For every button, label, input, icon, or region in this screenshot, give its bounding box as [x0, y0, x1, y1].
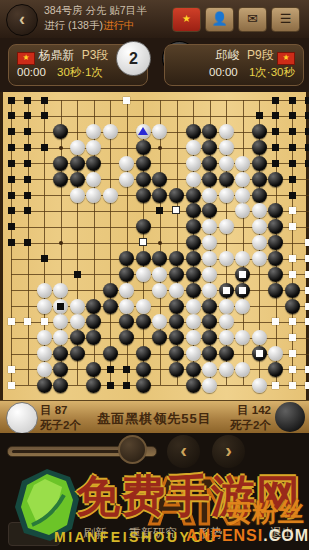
white-player-name: 杨鼎新	[38, 48, 74, 62]
black-stone[interactable]	[268, 219, 283, 234]
white-stone[interactable]	[37, 330, 52, 345]
black-player-rank: P9段	[247, 48, 274, 62]
black-stone[interactable]	[169, 299, 184, 314]
white-player-time: 00:00	[17, 66, 46, 78]
star-point	[158, 146, 162, 150]
white-stone[interactable]	[152, 124, 167, 139]
white-territory-marker[interactable]	[305, 255, 309, 262]
black-territory-marker[interactable]	[305, 160, 309, 167]
black-territory-marker[interactable]	[123, 382, 130, 389]
black-stone[interactable]	[268, 251, 283, 266]
black-territory-marker[interactable]	[305, 128, 309, 135]
black-stone[interactable]	[268, 203, 283, 218]
score-bar: 目 87 死子2个 盘面黑棋领先55目 目 142 死子2个	[0, 400, 309, 436]
black-territory-marker[interactable]	[289, 112, 296, 119]
white-territory-marker[interactable]	[272, 318, 279, 325]
white-territory-marker[interactable]	[289, 223, 296, 230]
black-territory-marker[interactable]	[289, 128, 296, 135]
white-stone[interactable]	[252, 378, 267, 393]
black-territory-marker[interactable]	[289, 176, 296, 183]
black-stone[interactable]	[169, 188, 184, 203]
black-stone[interactable]	[285, 283, 300, 298]
white-stone[interactable]	[37, 362, 52, 377]
black-territory-marker[interactable]	[8, 128, 15, 135]
white-periods-badge: 2	[116, 41, 151, 76]
white-stone[interactable]	[186, 172, 201, 187]
black-stone[interactable]	[169, 362, 184, 377]
white-stone[interactable]	[219, 188, 234, 203]
white-stone[interactable]	[86, 140, 101, 155]
user-icon[interactable]: 👤	[205, 7, 234, 32]
black-stone[interactable]	[136, 156, 151, 171]
situation-button[interactable]: 形势	[190, 522, 230, 544]
black-stone[interactable]	[202, 140, 217, 155]
restudy-button[interactable]: 重新研究	[122, 522, 184, 544]
black-territory-marker[interactable]	[8, 239, 15, 246]
black-territory-marker[interactable]	[24, 207, 31, 214]
black-stone[interactable]	[268, 362, 283, 377]
white-stone[interactable]	[235, 299, 250, 314]
mail-icon[interactable]: ✉	[238, 7, 267, 32]
black-stone[interactable]	[70, 172, 85, 187]
neutral-point-marker[interactable]	[172, 206, 180, 214]
next-move-button[interactable]: ›	[212, 435, 245, 468]
black-player-name: 邱峻	[216, 48, 240, 62]
white-stone[interactable]	[202, 362, 217, 377]
white-stone[interactable]	[53, 330, 68, 345]
white-stone[interactable]	[103, 124, 118, 139]
black-territory-marker[interactable]	[41, 255, 48, 262]
black-stone[interactable]	[186, 267, 201, 282]
move-controls: ‹ ›	[0, 433, 309, 473]
black-stone[interactable]	[252, 156, 267, 171]
black-territory-marker[interactable]	[8, 112, 15, 119]
room-title-line1: 384号房 分先 贴7目半	[44, 3, 169, 18]
white-stone[interactable]	[252, 251, 267, 266]
black-stone[interactable]	[136, 378, 151, 393]
white-stone[interactable]	[219, 124, 234, 139]
black-stone-icon	[275, 402, 305, 432]
black-stone[interactable]	[136, 219, 151, 234]
white-territory-marker[interactable]	[8, 366, 15, 373]
white-stone[interactable]	[119, 172, 134, 187]
player-bar: ★ 杨鼎新 P3段 00:00 30秒·1次 2 2 邱峻 P9段 ★ 00:0…	[0, 38, 309, 92]
white-stone[interactable]	[119, 299, 134, 314]
black-territory-marker[interactable]	[8, 223, 15, 230]
back-button[interactable]: ‹	[6, 4, 38, 36]
room-title-line2: 进行 (138手)进行中	[44, 18, 169, 33]
black-stone[interactable]	[86, 299, 101, 314]
black-stone[interactable]	[268, 172, 283, 187]
black-territory-marker[interactable]	[256, 112, 263, 119]
white-stone[interactable]	[235, 203, 250, 218]
star-point	[59, 241, 63, 245]
white-stone[interactable]	[119, 283, 134, 298]
neutral-point-marker[interactable]	[139, 238, 147, 246]
black-player-byoyomi: 1次·30秒	[249, 66, 295, 78]
dead-mark-icon	[57, 303, 64, 310]
black-territory-marker[interactable]	[8, 176, 15, 183]
flag-button[interactable]: ★	[172, 7, 201, 32]
white-stone[interactable]	[202, 283, 217, 298]
white-stone[interactable]	[202, 267, 217, 282]
white-territory-marker[interactable]	[305, 271, 309, 278]
white-stone[interactable]	[103, 188, 118, 203]
black-stone[interactable]	[268, 235, 283, 250]
dead-mark-icon	[256, 350, 263, 357]
black-stone[interactable]	[53, 156, 68, 171]
black-stone[interactable]	[119, 267, 134, 282]
black-stone[interactable]	[285, 299, 300, 314]
black-territory-marker[interactable]	[24, 176, 31, 183]
black-stone[interactable]	[70, 330, 85, 345]
black-stone[interactable]	[186, 378, 201, 393]
white-stone[interactable]	[235, 172, 250, 187]
black-stone[interactable]	[186, 251, 201, 266]
white-stone[interactable]	[37, 346, 52, 361]
status-in-progress: 进行中	[103, 19, 135, 31]
white-stone[interactable]	[152, 267, 167, 282]
white-territory-marker[interactable]	[272, 382, 279, 389]
white-stone[interactable]	[70, 188, 85, 203]
toolbar-extra-button[interactable]	[8, 522, 60, 546]
white-territory-marker[interactable]	[289, 334, 296, 341]
white-stone[interactable]	[37, 283, 52, 298]
white-territory-marker[interactable]	[123, 97, 130, 104]
slider-knob[interactable]	[118, 435, 147, 464]
black-territory-marker[interactable]	[8, 160, 15, 167]
white-stone[interactable]	[219, 140, 234, 155]
black-stone[interactable]	[86, 378, 101, 393]
black-territory-marker[interactable]	[305, 97, 309, 104]
black-territory-marker[interactable]	[41, 112, 48, 119]
white-stone[interactable]	[252, 235, 267, 250]
white-stone[interactable]	[136, 267, 151, 282]
white-stone[interactable]	[136, 299, 151, 314]
go-board[interactable]	[0, 92, 309, 400]
black-territory-marker[interactable]	[107, 382, 114, 389]
black-stone[interactable]	[202, 299, 217, 314]
black-stone[interactable]	[152, 188, 167, 203]
player-panel-black: 邱峻 P9段 ★ 00:00 1次·30秒	[164, 44, 304, 86]
black-stone[interactable]	[86, 330, 101, 345]
black-stone[interactable]	[186, 235, 201, 250]
white-stone[interactable]	[219, 299, 234, 314]
black-territory-marker[interactable]	[24, 239, 31, 246]
black-stone[interactable]	[202, 346, 217, 361]
black-stone[interactable]	[202, 124, 217, 139]
white-territory-marker[interactable]	[289, 255, 296, 262]
black-territory-marker[interactable]	[272, 144, 279, 151]
black-stone[interactable]	[186, 124, 201, 139]
white-stone[interactable]	[219, 362, 234, 377]
white-stone[interactable]	[252, 203, 267, 218]
black-player-time: 00:00	[209, 66, 238, 78]
black-territory-marker[interactable]	[24, 144, 31, 151]
black-stone[interactable]	[268, 267, 283, 282]
black-stone[interactable]	[53, 378, 68, 393]
black-stone[interactable]	[136, 362, 151, 377]
black-territory-marker[interactable]	[289, 192, 296, 199]
black-stone[interactable]	[119, 251, 134, 266]
black-stone[interactable]	[103, 283, 118, 298]
black-territory-marker[interactable]	[289, 160, 296, 167]
white-territory-marker[interactable]	[289, 318, 296, 325]
black-territory-marker[interactable]	[289, 144, 296, 151]
black-stone[interactable]	[169, 267, 184, 282]
menu-icon[interactable]: ☰	[271, 7, 300, 32]
black-territory-marker[interactable]	[74, 271, 81, 278]
white-stone[interactable]	[219, 314, 234, 329]
white-stone-icon	[6, 402, 38, 434]
white-stone[interactable]	[186, 314, 201, 329]
white-stone[interactable]	[70, 140, 85, 155]
white-stone[interactable]	[202, 188, 217, 203]
white-stone[interactable]	[235, 188, 250, 203]
black-territory-marker[interactable]	[24, 160, 31, 167]
black-player-flag-icon: ★	[277, 52, 295, 65]
white-stone[interactable]	[186, 156, 201, 171]
black-territory-marker[interactable]	[305, 112, 309, 119]
grid-line-h	[11, 100, 309, 101]
white-territory-marker[interactable]	[289, 350, 296, 357]
black-territory-marker[interactable]	[272, 160, 279, 167]
white-stone[interactable]	[86, 188, 101, 203]
black-stone[interactable]	[86, 362, 101, 377]
black-stone[interactable]	[136, 314, 151, 329]
black-stone[interactable]	[202, 172, 217, 187]
room-title: 384号房 分先 贴7目半 进行 (138手)进行中	[44, 3, 169, 33]
black-stone[interactable]	[53, 124, 68, 139]
black-territory-marker[interactable]	[24, 112, 31, 119]
white-stone[interactable]	[219, 156, 234, 171]
black-territory-marker[interactable]	[8, 207, 15, 214]
prev-move-button[interactable]: ‹	[167, 435, 200, 468]
black-stone[interactable]	[169, 330, 184, 345]
white-stone[interactable]	[268, 346, 283, 361]
black-territory-marker[interactable]	[107, 366, 114, 373]
white-territory-marker[interactable]	[8, 382, 15, 389]
black-stone[interactable]	[219, 172, 234, 187]
black-territory-marker[interactable]	[289, 97, 296, 104]
white-player-byoyomi: 30秒·1次	[57, 66, 103, 78]
black-stone[interactable]	[53, 362, 68, 377]
star-point	[59, 146, 63, 150]
black-stone[interactable]	[202, 330, 217, 345]
white-stone[interactable]	[219, 251, 234, 266]
black-stone[interactable]	[136, 188, 151, 203]
white-territory-marker[interactable]	[24, 318, 31, 325]
white-stone[interactable]	[37, 299, 52, 314]
white-stone[interactable]	[219, 330, 234, 345]
white-territory-marker[interactable]	[289, 271, 296, 278]
last-move-triangle-icon	[138, 127, 148, 135]
white-stone[interactable]	[70, 314, 85, 329]
white-stone[interactable]	[186, 330, 201, 345]
black-territory-marker[interactable]	[123, 366, 130, 373]
black-stone[interactable]	[169, 251, 184, 266]
black-score: 目 142 死子2个	[230, 403, 271, 433]
white-stone[interactable]	[70, 299, 85, 314]
white-territory-marker[interactable]	[41, 318, 48, 325]
black-territory-marker[interactable]	[8, 192, 15, 199]
black-stone[interactable]	[169, 314, 184, 329]
white-stone[interactable]	[219, 219, 234, 234]
white-stone[interactable]	[235, 156, 250, 171]
white-stone[interactable]	[119, 156, 134, 171]
white-stone[interactable]	[202, 251, 217, 266]
black-territory-marker[interactable]	[41, 97, 48, 104]
dead-mark-icon	[223, 287, 230, 294]
white-stone[interactable]	[53, 314, 68, 329]
black-stone[interactable]	[152, 172, 167, 187]
white-player-rank: P3段	[82, 48, 109, 62]
black-stone[interactable]	[53, 346, 68, 361]
white-territory-marker[interactable]	[305, 239, 309, 246]
black-stone[interactable]	[252, 172, 267, 187]
black-stone[interactable]	[252, 140, 267, 155]
black-stone[interactable]	[86, 156, 101, 171]
black-territory-marker[interactable]	[272, 128, 279, 135]
white-player-flag-icon: ★	[17, 52, 35, 65]
go-app-screen: ‹ 384号房 分先 贴7目半 进行 (138手)进行中 ★ 👤 ✉ ☰ ★ 杨…	[0, 0, 309, 550]
black-stone[interactable]	[202, 314, 217, 329]
white-stone[interactable]	[252, 330, 267, 345]
white-territory-marker[interactable]	[305, 366, 309, 373]
black-territory-marker[interactable]	[156, 207, 163, 214]
white-territory-marker[interactable]	[305, 382, 309, 389]
white-stone[interactable]	[152, 283, 167, 298]
white-territory-marker[interactable]	[289, 207, 296, 214]
white-territory-marker[interactable]	[8, 318, 15, 325]
grid-line-h	[11, 116, 309, 117]
black-stone[interactable]	[186, 203, 201, 218]
black-stone[interactable]	[119, 330, 134, 345]
dead-mark-icon	[239, 271, 246, 278]
white-stone[interactable]	[252, 219, 267, 234]
black-territory-marker[interactable]	[41, 144, 48, 151]
black-dead-count: 死子2个	[230, 418, 271, 433]
black-territory-marker[interactable]	[24, 192, 31, 199]
top-bar: ‹ 384号房 分先 贴7目半 进行 (138手)进行中 ★ 👤 ✉ ☰	[0, 0, 309, 39]
white-stone[interactable]	[202, 235, 217, 250]
black-territory-marker[interactable]	[272, 112, 279, 119]
white-territory-marker[interactable]	[305, 318, 309, 325]
black-territory-marker[interactable]	[305, 144, 309, 151]
white-territory-marker[interactable]	[289, 366, 296, 373]
white-stone[interactable]	[235, 251, 250, 266]
black-territory-marker[interactable]	[272, 97, 279, 104]
exit-button[interactable]: 退出	[262, 522, 302, 544]
black-stone[interactable]	[152, 251, 167, 266]
black-territory-marker[interactable]	[24, 97, 31, 104]
black-stone[interactable]	[37, 378, 52, 393]
black-stone[interactable]	[169, 346, 184, 361]
black-stone[interactable]	[136, 172, 151, 187]
black-stone[interactable]	[186, 362, 201, 377]
white-territory-marker[interactable]	[305, 303, 309, 310]
black-stone[interactable]	[152, 330, 167, 345]
score-summary: 盘面黑棋领先55目	[75, 410, 234, 428]
black-stone[interactable]	[103, 346, 118, 361]
black-stone[interactable]	[202, 203, 217, 218]
black-stone[interactable]	[103, 299, 118, 314]
black-stone[interactable]	[186, 219, 201, 234]
refresh-button[interactable]: 刷新	[75, 522, 115, 544]
white-stone[interactable]	[202, 378, 217, 393]
white-stone[interactable]	[152, 314, 167, 329]
white-stone[interactable]	[186, 346, 201, 361]
black-stone[interactable]	[202, 156, 217, 171]
black-stone[interactable]	[86, 314, 101, 329]
black-stone[interactable]	[186, 188, 201, 203]
black-stone[interactable]	[70, 156, 85, 171]
black-stone[interactable]	[53, 172, 68, 187]
white-stone[interactable]	[169, 283, 184, 298]
black-stone[interactable]	[70, 346, 85, 361]
move-count: 进行 (138手)	[44, 19, 103, 31]
star-point	[158, 241, 162, 245]
black-stone[interactable]	[252, 188, 267, 203]
white-territory-marker[interactable]	[289, 382, 296, 389]
black-territory-marker[interactable]	[24, 128, 31, 135]
dead-mark-icon	[239, 287, 246, 294]
black-stone[interactable]	[136, 251, 151, 266]
white-stone[interactable]	[186, 140, 201, 155]
white-stone[interactable]	[86, 172, 101, 187]
white-stone[interactable]	[202, 219, 217, 234]
white-stone[interactable]	[86, 124, 101, 139]
black-stone[interactable]	[268, 283, 283, 298]
black-points: 目 142	[230, 403, 271, 418]
black-stone[interactable]	[136, 346, 151, 361]
black-territory-marker[interactable]	[8, 144, 15, 151]
white-stone[interactable]	[235, 330, 250, 345]
black-territory-marker[interactable]	[8, 97, 15, 104]
black-stone[interactable]	[186, 283, 201, 298]
bottom-toolbar: 刷新 重新研究 形势 退出	[0, 518, 309, 550]
white-stone[interactable]	[235, 362, 250, 377]
white-stone[interactable]	[186, 299, 201, 314]
white-territory-marker[interactable]	[305, 287, 309, 294]
white-stone[interactable]	[53, 283, 68, 298]
black-stone[interactable]	[136, 140, 151, 155]
black-stone[interactable]	[219, 346, 234, 361]
black-stone[interactable]	[252, 124, 267, 139]
black-stone[interactable]	[119, 314, 134, 329]
